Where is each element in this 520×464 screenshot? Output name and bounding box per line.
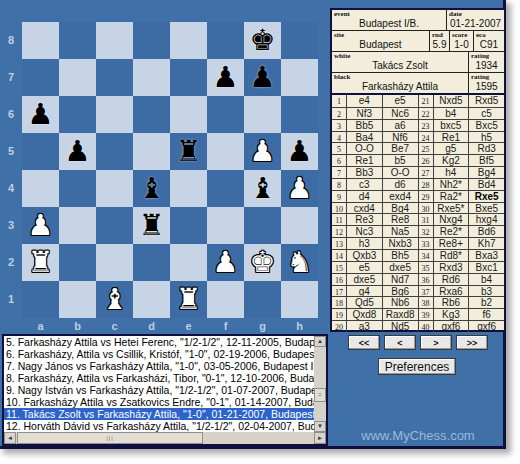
square-f8 [207, 22, 244, 59]
chess-board: ♚♟♟♟♟♜♟♟♝♝♟♟♜♜♟♚♞♝♜ [22, 22, 318, 318]
file-label-g: g [244, 318, 281, 334]
move[interactable]: Rxe5 [468, 190, 504, 202]
white-pawn-piece: ♟ [28, 207, 54, 244]
move-number: 14 [332, 249, 346, 261]
move[interactable]: exd4 [382, 190, 418, 202]
move[interactable]: Bg4 [468, 166, 504, 178]
move[interactable]: e5 [382, 95, 418, 107]
file-label-c: c [96, 318, 133, 334]
square-g7: ♟ [244, 59, 281, 96]
move-number: 26 [418, 154, 433, 166]
move-number: 19 [332, 308, 346, 320]
move-number: 30 [418, 202, 433, 214]
move[interactable]: Re1 [433, 131, 469, 143]
move[interactable]: b3 [468, 285, 504, 297]
move[interactable]: Kg3 [433, 308, 469, 320]
square-d2 [133, 244, 170, 281]
move-number: 8 [332, 178, 346, 190]
move[interactable]: Rd6 [433, 273, 469, 285]
move-number: 7 [332, 166, 346, 178]
square-h7 [281, 59, 318, 96]
move[interactable]: Rd3 [468, 142, 504, 154]
move[interactable]: Nd5 [382, 320, 418, 332]
mychess-page: 87654321 ♚♟♟♟♟♜♟♟♝♝♟♟♜♜♟♚♞♝♜ abcdefgh ev… [0, 0, 520, 464]
move-number: 11 [332, 213, 346, 225]
square-e6 [170, 96, 207, 133]
white-rook-piece: ♜ [176, 281, 202, 318]
move[interactable]: b4 [468, 273, 504, 285]
white-label: white [334, 52, 350, 60]
move-number: 20 [332, 320, 346, 332]
square-h2: ♞ [281, 244, 318, 281]
square-e4 [170, 170, 207, 207]
move[interactable]: gxf6 [468, 320, 504, 332]
move[interactable]: Bxa3 [468, 249, 504, 261]
square-f3 [207, 207, 244, 244]
move-number: 15 [332, 261, 346, 273]
move[interactable]: e5 [346, 261, 382, 273]
move[interactable]: Rxd3 [433, 261, 469, 273]
square-g8: ♚ [244, 22, 281, 59]
move[interactable]: a6 [382, 119, 418, 131]
eco-value: C91 [474, 39, 504, 50]
move[interactable]: gxf6 [433, 320, 469, 332]
square-c8 [96, 22, 133, 59]
move-number: 27 [418, 166, 433, 178]
last-move-button[interactable]: >> [456, 335, 488, 350]
move[interactable]: a3 [346, 320, 382, 332]
scroll-down-icon[interactable]: ▼ [314, 421, 326, 432]
move[interactable]: Nxb3 [382, 237, 418, 249]
square-d1 [133, 281, 170, 318]
square-b1 [59, 281, 96, 318]
move[interactable]: Nf6 [382, 131, 418, 143]
square-f6 [207, 96, 244, 133]
square-a3: ♟ [22, 207, 59, 244]
move[interactable]: f6 [468, 308, 504, 320]
white-bishop-piece: ♝ [102, 281, 128, 318]
move[interactable]: Qd5 [346, 296, 382, 308]
square-g5: ♟ [244, 133, 281, 170]
move[interactable]: Rxd5 [468, 95, 504, 107]
score-value: 1-0 [450, 39, 473, 50]
move-number: 12 [332, 225, 346, 237]
move-number: 21 [418, 95, 433, 107]
file-label-e: e [170, 318, 207, 334]
move-number: 3 [332, 119, 346, 131]
preferences-button[interactable]: Preferences [378, 358, 456, 375]
square-b7 [59, 59, 96, 96]
next-move-button[interactable]: > [420, 335, 452, 350]
file-label-d: d [133, 318, 170, 334]
square-e2 [170, 244, 207, 281]
square-d7 [133, 59, 170, 96]
white-rook-piece: ♜ [28, 244, 54, 281]
move-number: 4 [332, 131, 346, 143]
game-list-item[interactable]: 5. Farkasházy Attila vs Hetei Ferenc, "1… [4, 336, 314, 348]
first-move-button[interactable]: << [348, 335, 380, 350]
game-list-item[interactable]: 7. Nagy János vs Farkasházy Attila, "1-0… [4, 360, 314, 372]
date-field: date 01-21-2007 [446, 10, 504, 30]
move[interactable]: g5 [433, 142, 469, 154]
move[interactable]: Re8+ [433, 237, 469, 249]
move[interactable]: Bxc1 [468, 261, 504, 273]
move[interactable]: h5 [468, 131, 504, 143]
game-list-item[interactable]: 10. Farkasházy Attila vs Zsatkovics Endr… [4, 396, 314, 408]
move[interactable]: Qxb3 [346, 249, 382, 261]
square-a7 [22, 59, 59, 96]
move[interactable]: b4 [433, 107, 469, 119]
move[interactable]: h4 [433, 166, 469, 178]
move[interactable]: Re8 [382, 213, 418, 225]
move[interactable]: c3 [346, 178, 382, 190]
move-number: 29 [418, 190, 433, 202]
white-rating-value: 1934 [469, 60, 504, 71]
rank-label-6: 6 [0, 96, 22, 133]
rank-label-4: 4 [0, 170, 22, 207]
white-player-name: Takács Zsolt [332, 60, 468, 71]
black-rook-piece: ♜ [176, 133, 202, 170]
square-b2 [59, 244, 96, 281]
games-list-items: 5. Farkasházy Attila vs Hetei Ferenc, "1… [4, 336, 314, 432]
move-number: 5 [332, 142, 346, 154]
move[interactable]: c5 [468, 107, 504, 119]
round-value: 5.9 [430, 39, 449, 50]
move[interactable]: hxg4 [468, 213, 504, 225]
black-label: black [334, 73, 350, 81]
rank-label-1: 1 [0, 281, 22, 318]
site-field: site Budapest [332, 31, 429, 51]
black-rating-label: rating [471, 73, 489, 81]
mychess-link[interactable]: www.MyChess.com [330, 428, 506, 443]
square-c7 [96, 59, 133, 96]
file-label-f: f [207, 318, 244, 334]
round-field: rnd 5.9 [429, 31, 449, 51]
move-number: 40 [418, 320, 433, 332]
move-number: 23 [418, 119, 433, 131]
square-e5: ♜ [170, 133, 207, 170]
move[interactable]: d4 [346, 190, 382, 202]
square-e8 [170, 22, 207, 59]
move-number: 18 [332, 296, 346, 308]
square-c6 [96, 96, 133, 133]
square-d8 [133, 22, 170, 59]
square-f7: ♟ [207, 59, 244, 96]
move[interactable]: Nf3 [346, 107, 382, 119]
move-navigation: << < > >> [348, 335, 488, 350]
move[interactable]: Kh7 [468, 237, 504, 249]
square-c4 [96, 170, 133, 207]
game-list-item[interactable]: 12. Horváth Dávid vs Farkasházy Attila, … [4, 420, 314, 432]
square-a8 [22, 22, 59, 59]
file-label-a: a [22, 318, 59, 334]
move[interactable]: d6 [382, 178, 418, 190]
event-field: event Budapest I/B. [332, 10, 446, 30]
square-h8 [281, 22, 318, 59]
square-g1 [244, 281, 281, 318]
scroll-left-icon[interactable]: ◄ [4, 432, 16, 444]
square-h1 [281, 281, 318, 318]
move-number: 28 [418, 178, 433, 190]
square-f4 [207, 170, 244, 207]
move[interactable]: Nb6 [382, 296, 418, 308]
move-number: 36 [418, 273, 433, 285]
move-number: 34 [418, 249, 433, 261]
move-number: 35 [418, 261, 433, 273]
eco-label: eco [476, 31, 486, 39]
square-c3 [96, 207, 133, 244]
mychess-applet-window: 87654321 ♚♟♟♟♟♜♟♟♝♝♟♟♜♜♟♚♞♝♜ abcdefgh ev… [0, 0, 506, 449]
move[interactable]: O-O [346, 142, 382, 154]
move-number: 13 [332, 237, 346, 249]
date-value: 01-21-2007 [447, 18, 504, 29]
move[interactable]: Bg6 [382, 285, 418, 297]
date-label: date [449, 10, 462, 18]
white-player-field: white Takács Zsolt [332, 52, 468, 72]
black-pawn-piece: ♟ [65, 133, 91, 170]
rank-label-7: 7 [0, 59, 22, 96]
square-c1: ♝ [96, 281, 133, 318]
move[interactable]: Ra2* [433, 190, 469, 202]
horizontal-scrollbar[interactable]: ◄ ||| ► [4, 432, 326, 444]
event-label: event [334, 10, 350, 18]
move[interactable]: bxc5 [433, 119, 469, 131]
horizontal-scrollbar-thumb[interactable]: ||| [17, 432, 203, 444]
square-h6 [281, 96, 318, 133]
site-label: site [334, 31, 344, 39]
white-pawn-piece: ♟ [213, 244, 239, 281]
site-value: Budapest [332, 39, 429, 50]
file-label-h: h [281, 318, 318, 334]
square-f5 [207, 133, 244, 170]
move-number: 38 [418, 296, 433, 308]
vertical-scrollbar-thumb[interactable]: = [314, 388, 326, 402]
move-list-table: 1e4e521Nxd5Rxd52Nf3Nc622b4c53Bb5a623bxc5… [332, 95, 504, 332]
file-labels: abcdefgh [22, 318, 318, 334]
move[interactable]: Rxe5* [433, 202, 469, 214]
square-g4: ♝ [244, 170, 281, 207]
square-b4 [59, 170, 96, 207]
game-info-panel: event Budapest I/B. date 01-21-2007 site… [330, 8, 506, 332]
move[interactable]: g4 [346, 285, 382, 297]
scroll-up-icon[interactable]: ▲ [314, 336, 326, 347]
scroll-right-icon[interactable]: ► [314, 432, 326, 444]
move-number: 22 [418, 107, 433, 119]
move[interactable]: Re2* [433, 225, 469, 237]
black-pawn-piece: ♟ [250, 59, 276, 96]
square-h5: ♟ [281, 133, 318, 170]
black-king-piece: ♚ [250, 22, 276, 59]
game-list-item[interactable]: 8. Farkasházy, Attila vs Farkasházi, Tib… [4, 372, 314, 384]
rank-label-8: 8 [0, 22, 22, 59]
move[interactable]: Bxe5 [468, 202, 504, 214]
square-d3: ♜ [133, 207, 170, 244]
square-g2: ♚ [244, 244, 281, 281]
square-b6 [59, 96, 96, 133]
move[interactable]: Nc6 [382, 107, 418, 119]
rank-label-3: 3 [0, 207, 22, 244]
move-number: 39 [418, 308, 433, 320]
game-header: event Budapest I/B. date 01-21-2007 site… [332, 10, 504, 95]
square-e7 [170, 59, 207, 96]
square-b3 [59, 207, 96, 244]
black-player-field: black Farkasházy Attila [332, 73, 468, 93]
move[interactable]: Nh2* [433, 178, 469, 190]
black-rating-field: rating 1595 [468, 73, 504, 93]
move-number: 1 [332, 95, 346, 107]
black-rook-piece: ♜ [139, 207, 165, 244]
event-value: Budapest I/B. [332, 18, 446, 29]
white-pawn-piece: ♟ [250, 133, 276, 170]
square-b8 [59, 22, 96, 59]
move-number: 31 [418, 213, 433, 225]
square-a5 [22, 133, 59, 170]
square-e1: ♜ [170, 281, 207, 318]
square-d6 [133, 96, 170, 133]
move[interactable]: Bb3 [346, 166, 382, 178]
move[interactable]: Bb5 [346, 119, 382, 131]
move[interactable]: Nc3 [346, 225, 382, 237]
move[interactable]: Rd8* [433, 249, 469, 261]
rank-label-5: 5 [0, 133, 22, 170]
move[interactable]: b5 [382, 154, 418, 166]
black-bishop-piece: ♝ [250, 170, 276, 207]
black-rating-value: 1595 [469, 81, 504, 92]
round-label: rnd [432, 31, 443, 39]
previous-move-button[interactable]: < [384, 335, 416, 350]
move-number: 33 [418, 237, 433, 249]
white-king-piece: ♚ [250, 244, 276, 281]
move[interactable]: dxe5 [382, 261, 418, 273]
move-number: 6 [332, 154, 346, 166]
square-a4 [22, 170, 59, 207]
move[interactable]: Be7 [382, 142, 418, 154]
eco-field: eco C91 [473, 31, 504, 51]
move[interactable]: Kg2 [433, 154, 469, 166]
move[interactable]: Ba4 [346, 131, 382, 143]
move[interactable]: Bg4 [382, 202, 418, 214]
game-list-item[interactable]: 9. Nagy István vs Farkasházy Attila, "1/… [4, 384, 314, 396]
move[interactable]: h3 [346, 237, 382, 249]
black-player-name: Farkasházy Attila [332, 81, 468, 92]
score-field: score 1-0 [449, 31, 473, 51]
move[interactable]: Bh5 [382, 249, 418, 261]
move[interactable]: Re1 [346, 154, 382, 166]
square-h3 [281, 207, 318, 244]
move-number: 16 [332, 273, 346, 285]
move-number: 32 [418, 225, 433, 237]
square-f1 [207, 281, 244, 318]
white-pawn-piece: ♟ [287, 170, 313, 207]
square-f2: ♟ [207, 244, 244, 281]
move-number: 25 [418, 142, 433, 154]
move-number: 9 [332, 190, 346, 202]
move-number: 17 [332, 285, 346, 297]
white-rating-field: rating 1934 [468, 52, 504, 72]
move[interactable]: b2 [468, 296, 504, 308]
square-e3 [170, 207, 207, 244]
square-a1 [22, 281, 59, 318]
move[interactable]: Bxc5 [468, 119, 504, 131]
move-number: 10 [332, 202, 346, 214]
move[interactable]: dxe5 [346, 273, 382, 285]
square-a2: ♜ [22, 244, 59, 281]
move-number: 2 [332, 107, 346, 119]
rank-labels: 87654321 [0, 22, 22, 318]
file-label-b: b [59, 318, 96, 334]
move[interactable]: cxd4 [346, 202, 382, 214]
white-rating-label: rating [471, 52, 489, 60]
move[interactable]: Nxg4 [433, 213, 469, 225]
white-knight-piece: ♞ [287, 244, 313, 281]
move[interactable]: Rb6 [433, 296, 469, 308]
move[interactable]: Nxd5 [433, 95, 469, 107]
move[interactable]: Nd7 [382, 273, 418, 285]
square-d5 [133, 133, 170, 170]
move[interactable]: Bd4 [468, 178, 504, 190]
game-list-item-selected[interactable]: 11. Takács Zsolt vs Farkasházy Attila, "… [4, 408, 314, 420]
rank-label-2: 2 [0, 244, 22, 281]
move[interactable]: e4 [346, 95, 382, 107]
square-b5: ♟ [59, 133, 96, 170]
move[interactable]: Qxd8 [346, 308, 382, 320]
move[interactable]: Rxa6 [433, 285, 469, 297]
move[interactable]: Raxd8 [382, 308, 418, 320]
black-pawn-piece: ♟ [213, 59, 239, 96]
square-g3 [244, 207, 281, 244]
move-number: 37 [418, 285, 433, 297]
move[interactable]: Na5 [382, 225, 418, 237]
move[interactable]: O-O [382, 166, 418, 178]
square-c2 [96, 244, 133, 281]
black-pawn-piece: ♟ [28, 96, 54, 133]
game-list-item[interactable]: 6. Farkasházy, Attila vs Csillik, Kristó… [4, 348, 314, 360]
square-a6: ♟ [22, 96, 59, 133]
vertical-scrollbar[interactable]: ▲ = ▼ [314, 336, 326, 432]
square-h4: ♟ [281, 170, 318, 207]
square-c5 [96, 133, 133, 170]
move-number: 24 [418, 131, 433, 143]
score-label: score [452, 31, 467, 39]
move[interactable]: Bd6 [468, 225, 504, 237]
square-g6 [244, 96, 281, 133]
move[interactable]: Re3 [346, 213, 382, 225]
games-list: 5. Farkasházy Attila vs Hetei Ferenc, "1… [2, 334, 328, 446]
move[interactable]: Bf5 [468, 154, 504, 166]
black-pawn-piece: ♟ [287, 133, 313, 170]
square-d4: ♝ [133, 170, 170, 207]
black-bishop-piece: ♝ [139, 170, 165, 207]
